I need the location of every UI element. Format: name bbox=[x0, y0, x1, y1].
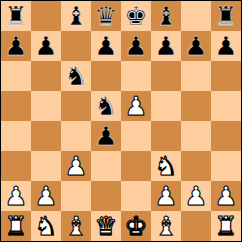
square-b2[interactable]: ♟ bbox=[31, 181, 61, 211]
square-b1[interactable]: ♞ bbox=[31, 211, 61, 241]
square-g2[interactable]: ♟ bbox=[181, 181, 211, 211]
square-b7[interactable]: ♟ bbox=[31, 31, 61, 61]
square-f3[interactable]: ♞ bbox=[151, 151, 181, 181]
white-pawn-piece[interactable]: ♟ bbox=[214, 181, 237, 211]
square-f2[interactable]: ♟ bbox=[151, 181, 181, 211]
white-knight-piece[interactable]: ♞ bbox=[34, 211, 57, 241]
square-g8[interactable] bbox=[181, 1, 211, 31]
square-a6[interactable] bbox=[1, 61, 31, 91]
white-queen-piece[interactable]: ♛ bbox=[94, 211, 117, 241]
square-e1[interactable]: ♚ bbox=[121, 211, 151, 241]
black-pawn-piece[interactable]: ♟ bbox=[94, 121, 117, 151]
square-a1[interactable]: ♜ bbox=[1, 211, 31, 241]
square-e5[interactable]: ♟ bbox=[121, 91, 151, 121]
black-bishop-piece[interactable]: ♝ bbox=[154, 1, 177, 31]
square-d8[interactable]: ♛ bbox=[91, 1, 121, 31]
square-a4[interactable] bbox=[1, 121, 31, 151]
square-a8[interactable]: ♜ bbox=[1, 1, 31, 31]
black-pawn-piece[interactable]: ♟ bbox=[34, 31, 57, 61]
black-queen-piece[interactable]: ♛ bbox=[94, 1, 117, 31]
square-a7[interactable]: ♟ bbox=[1, 31, 31, 61]
square-c1[interactable]: ♝ bbox=[61, 211, 91, 241]
square-g3[interactable] bbox=[181, 151, 211, 181]
black-pawn-piece[interactable]: ♟ bbox=[214, 31, 237, 61]
square-b4[interactable] bbox=[31, 121, 61, 151]
square-g7[interactable]: ♟ bbox=[181, 31, 211, 61]
square-g4[interactable] bbox=[181, 121, 211, 151]
square-e3[interactable] bbox=[121, 151, 151, 181]
square-f1[interactable]: ♝ bbox=[151, 211, 181, 241]
square-c8[interactable]: ♝ bbox=[61, 1, 91, 31]
black-pawn-piece[interactable]: ♟ bbox=[94, 31, 117, 61]
square-h1[interactable]: ♜ bbox=[211, 211, 241, 241]
square-b8[interactable] bbox=[31, 1, 61, 31]
square-h2[interactable]: ♟ bbox=[211, 181, 241, 211]
white-pawn-piece[interactable]: ♟ bbox=[154, 181, 177, 211]
square-h6[interactable] bbox=[211, 61, 241, 91]
square-h3[interactable] bbox=[211, 151, 241, 181]
square-e6[interactable] bbox=[121, 61, 151, 91]
square-d3[interactable] bbox=[91, 151, 121, 181]
square-d6[interactable] bbox=[91, 61, 121, 91]
square-c4[interactable] bbox=[61, 121, 91, 151]
square-e8[interactable]: ♚ bbox=[121, 1, 151, 31]
square-b5[interactable] bbox=[31, 91, 61, 121]
black-king-piece[interactable]: ♚ bbox=[124, 1, 147, 31]
square-e2[interactable] bbox=[121, 181, 151, 211]
square-g5[interactable] bbox=[181, 91, 211, 121]
black-pawn-piece[interactable]: ♟ bbox=[184, 31, 207, 61]
black-knight-piece[interactable]: ♞ bbox=[94, 91, 117, 121]
white-pawn-piece[interactable]: ♟ bbox=[34, 181, 57, 211]
square-a2[interactable]: ♟ bbox=[1, 181, 31, 211]
black-rook-piece[interactable]: ♜ bbox=[214, 1, 237, 31]
square-d4[interactable]: ♟ bbox=[91, 121, 121, 151]
square-e7[interactable]: ♟ bbox=[121, 31, 151, 61]
square-f6[interactable] bbox=[151, 61, 181, 91]
square-h8[interactable]: ♜ bbox=[211, 1, 241, 31]
square-d1[interactable]: ♛ bbox=[91, 211, 121, 241]
square-h7[interactable]: ♟ bbox=[211, 31, 241, 61]
square-f4[interactable] bbox=[151, 121, 181, 151]
square-c2[interactable] bbox=[61, 181, 91, 211]
white-knight-piece[interactable]: ♞ bbox=[154, 151, 177, 181]
square-d2[interactable] bbox=[91, 181, 121, 211]
square-f5[interactable] bbox=[151, 91, 181, 121]
white-pawn-piece[interactable]: ♟ bbox=[184, 181, 207, 211]
square-a3[interactable] bbox=[1, 151, 31, 181]
black-rook-piece[interactable]: ♜ bbox=[4, 1, 27, 31]
square-c6[interactable]: ♞ bbox=[61, 61, 91, 91]
square-g1[interactable] bbox=[181, 211, 211, 241]
square-d7[interactable]: ♟ bbox=[91, 31, 121, 61]
square-c3[interactable]: ♟ bbox=[61, 151, 91, 181]
square-a5[interactable] bbox=[1, 91, 31, 121]
square-h5[interactable] bbox=[211, 91, 241, 121]
white-king-piece[interactable]: ♚ bbox=[124, 211, 147, 241]
square-f8[interactable]: ♝ bbox=[151, 1, 181, 31]
black-pawn-piece[interactable]: ♟ bbox=[154, 31, 177, 61]
square-d5[interactable]: ♞ bbox=[91, 91, 121, 121]
black-knight-piece[interactable]: ♞ bbox=[64, 61, 87, 91]
black-bishop-piece[interactable]: ♝ bbox=[64, 1, 87, 31]
white-pawn-piece[interactable]: ♟ bbox=[4, 181, 27, 211]
white-bishop-piece[interactable]: ♝ bbox=[64, 211, 87, 241]
white-pawn-piece[interactable]: ♟ bbox=[64, 151, 87, 181]
chess-board: ♜♝♛♚♝♜♟♟♟♟♟♟♟♞♞♟♟♟♞♟♟♟♟♟♜♞♝♛♚♝♜ bbox=[0, 0, 242, 242]
black-pawn-piece[interactable]: ♟ bbox=[4, 31, 27, 61]
black-pawn-piece[interactable]: ♟ bbox=[124, 31, 147, 61]
square-c5[interactable] bbox=[61, 91, 91, 121]
square-b6[interactable] bbox=[31, 61, 61, 91]
square-e4[interactable] bbox=[121, 121, 151, 151]
square-g6[interactable] bbox=[181, 61, 211, 91]
square-c7[interactable] bbox=[61, 31, 91, 61]
square-b3[interactable] bbox=[31, 151, 61, 181]
white-rook-piece[interactable]: ♜ bbox=[214, 211, 237, 241]
square-f7[interactable]: ♟ bbox=[151, 31, 181, 61]
square-h4[interactable] bbox=[211, 121, 241, 151]
white-bishop-piece[interactable]: ♝ bbox=[154, 211, 177, 241]
white-pawn-piece[interactable]: ♟ bbox=[124, 91, 147, 121]
white-rook-piece[interactable]: ♜ bbox=[4, 211, 27, 241]
